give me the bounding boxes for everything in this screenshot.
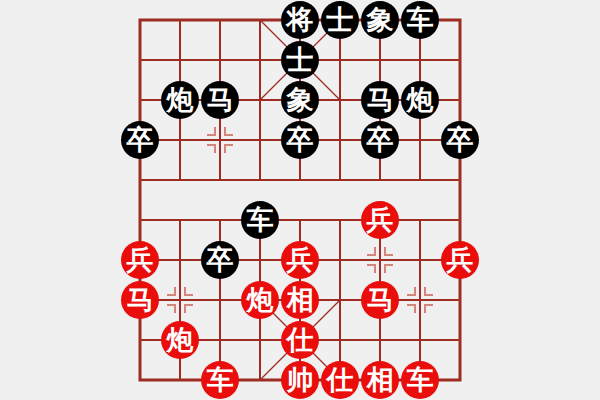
board-point-d4[interactable] bbox=[240, 160, 280, 200]
board-point-a5[interactable] bbox=[120, 200, 160, 240]
piece-red-elephant[interactable]: 相 bbox=[281, 281, 319, 319]
board-point-a4[interactable] bbox=[120, 160, 160, 200]
piece-glyph: 炮 bbox=[407, 87, 434, 114]
piece-black-elephant[interactable]: 象 bbox=[361, 1, 399, 39]
piece-red-horse[interactable]: 马 bbox=[361, 281, 399, 319]
board-point-b5[interactable] bbox=[160, 200, 200, 240]
board-point-h7[interactable] bbox=[400, 280, 440, 320]
piece-black-horse[interactable]: 马 bbox=[361, 81, 399, 119]
board-point-a0[interactable] bbox=[120, 0, 160, 40]
piece-black-cannon[interactable]: 炮 bbox=[401, 81, 439, 119]
board-point-a2[interactable] bbox=[120, 80, 160, 120]
board-point-a9[interactable] bbox=[120, 360, 160, 400]
piece-glyph: 兵 bbox=[447, 247, 474, 274]
piece-glyph: 炮 bbox=[167, 327, 194, 354]
board-point-i9[interactable] bbox=[440, 360, 480, 400]
piece-red-cannon[interactable]: 炮 bbox=[161, 321, 199, 359]
piece-red-horse[interactable]: 马 bbox=[121, 281, 159, 319]
piece-glyph: 兵 bbox=[287, 247, 314, 274]
board-point-c9[interactable]: 车 bbox=[200, 360, 240, 400]
board-point-e0[interactable]: 将 bbox=[280, 0, 320, 40]
board-point-d5[interactable]: 车 bbox=[240, 200, 280, 240]
board-point-d0[interactable] bbox=[240, 0, 280, 40]
board-point-g6[interactable] bbox=[360, 240, 400, 280]
board-point-e6[interactable]: 兵 bbox=[280, 240, 320, 280]
piece-red-elephant[interactable]: 相 bbox=[361, 361, 399, 399]
board-point-c0[interactable] bbox=[200, 0, 240, 40]
piece-red-soldier[interactable]: 兵 bbox=[441, 241, 479, 279]
piece-red-general[interactable]: 帅 bbox=[281, 361, 319, 399]
board-point-b2[interactable]: 炮 bbox=[160, 80, 200, 120]
board-point-f5[interactable] bbox=[320, 200, 360, 240]
piece-glyph: 兵 bbox=[367, 207, 394, 234]
piece-glyph: 将 bbox=[287, 7, 314, 34]
board-point-c4[interactable] bbox=[200, 160, 240, 200]
board-point-b7[interactable] bbox=[160, 280, 200, 320]
board-point-h4[interactable] bbox=[400, 160, 440, 200]
piece-red-chariot[interactable]: 车 bbox=[401, 361, 439, 399]
piece-black-horse[interactable]: 马 bbox=[201, 81, 239, 119]
piece-glyph: 车 bbox=[207, 367, 234, 394]
piece-black-soldier[interactable]: 卒 bbox=[121, 121, 159, 159]
board-point-e5[interactable] bbox=[280, 200, 320, 240]
piece-glyph: 马 bbox=[127, 287, 154, 314]
board-point-h8[interactable] bbox=[400, 320, 440, 360]
board-point-e9[interactable]: 帅 bbox=[280, 360, 320, 400]
board-point-c2[interactable]: 马 bbox=[200, 80, 240, 120]
board-point-b1[interactable] bbox=[160, 40, 200, 80]
piece-glyph: 马 bbox=[207, 87, 234, 114]
board-point-c7[interactable] bbox=[200, 280, 240, 320]
board-point-h5[interactable] bbox=[400, 200, 440, 240]
piece-red-advisor[interactable]: 仕 bbox=[281, 321, 319, 359]
xiangqi-app-screen: 将士象车士炮马象马炮卒卒卒卒车兵兵卒兵兵马炮相马炮仕车帅仕相车 bbox=[0, 0, 600, 400]
piece-glyph: 士 bbox=[327, 7, 354, 34]
piece-glyph: 帅 bbox=[287, 367, 314, 394]
piece-glyph: 兵 bbox=[127, 247, 154, 274]
board-point-f8[interactable] bbox=[320, 320, 360, 360]
board-point-g4[interactable] bbox=[360, 160, 400, 200]
board-point-i2[interactable] bbox=[440, 80, 480, 120]
board-point-g0[interactable]: 象 bbox=[360, 0, 400, 40]
board-point-c8[interactable] bbox=[200, 320, 240, 360]
board-point-d2[interactable] bbox=[240, 80, 280, 120]
piece-glyph: 马 bbox=[367, 87, 394, 114]
board-point-g8[interactable] bbox=[360, 320, 400, 360]
board-point-e1[interactable]: 士 bbox=[280, 40, 320, 80]
piece-red-soldier[interactable]: 兵 bbox=[121, 241, 159, 279]
piece-glyph: 炮 bbox=[247, 287, 274, 314]
board-point-g7[interactable]: 马 bbox=[360, 280, 400, 320]
position-marker bbox=[167, 287, 193, 313]
board-point-e3[interactable]: 卒 bbox=[280, 120, 320, 160]
board-point-d7[interactable]: 炮 bbox=[240, 280, 280, 320]
board-point-f0[interactable]: 士 bbox=[320, 0, 360, 40]
piece-black-soldier[interactable]: 卒 bbox=[441, 121, 479, 159]
board-point-b4[interactable] bbox=[160, 160, 200, 200]
piece-glyph: 车 bbox=[247, 207, 274, 234]
board-point-d9[interactable] bbox=[240, 360, 280, 400]
board-point-f7[interactable] bbox=[320, 280, 360, 320]
board-point-g9[interactable]: 相 bbox=[360, 360, 400, 400]
board-point-a3[interactable]: 卒 bbox=[120, 120, 160, 160]
piece-glyph: 仕 bbox=[287, 327, 314, 354]
piece-black-elephant[interactable]: 象 bbox=[281, 81, 319, 119]
piece-black-cannon[interactable]: 炮 bbox=[161, 81, 199, 119]
board-point-d3[interactable] bbox=[240, 120, 280, 160]
board-point-i0[interactable] bbox=[440, 0, 480, 40]
piece-glyph: 车 bbox=[407, 367, 434, 394]
piece-red-soldier[interactable]: 兵 bbox=[281, 241, 319, 279]
piece-black-advisor[interactable]: 士 bbox=[281, 41, 319, 79]
board-point-d8[interactable] bbox=[240, 320, 280, 360]
piece-glyph: 车 bbox=[407, 7, 434, 34]
board-point-c3[interactable] bbox=[200, 120, 240, 160]
piece-black-soldier[interactable]: 卒 bbox=[201, 241, 239, 279]
board-point-f3[interactable] bbox=[320, 120, 360, 160]
board-point-c5[interactable] bbox=[200, 200, 240, 240]
board-point-i4[interactable] bbox=[440, 160, 480, 200]
board-point-b6[interactable] bbox=[160, 240, 200, 280]
board-point-i3[interactable]: 卒 bbox=[440, 120, 480, 160]
piece-glyph: 卒 bbox=[207, 247, 234, 274]
position-marker bbox=[407, 287, 433, 313]
board-point-a7[interactable]: 马 bbox=[120, 280, 160, 320]
board-point-b3[interactable] bbox=[160, 120, 200, 160]
board-point-c1[interactable] bbox=[200, 40, 240, 80]
board-point-g5[interactable]: 兵 bbox=[360, 200, 400, 240]
piece-red-chariot[interactable]: 车 bbox=[201, 361, 239, 399]
board-point-f2[interactable] bbox=[320, 80, 360, 120]
piece-black-chariot[interactable]: 车 bbox=[241, 201, 279, 239]
board-point-d6[interactable] bbox=[240, 240, 280, 280]
board-point-f4[interactable] bbox=[320, 160, 360, 200]
piece-red-cannon[interactable]: 炮 bbox=[241, 281, 279, 319]
piece-red-advisor[interactable]: 仕 bbox=[321, 361, 359, 399]
board-point-a1[interactable] bbox=[120, 40, 160, 80]
piece-glyph: 卒 bbox=[367, 127, 394, 154]
piece-glyph: 士 bbox=[287, 47, 314, 74]
board-point-i7[interactable] bbox=[440, 280, 480, 320]
piece-glyph: 相 bbox=[287, 287, 314, 314]
board-point-b8[interactable]: 炮 bbox=[160, 320, 200, 360]
piece-black-advisor[interactable]: 士 bbox=[321, 1, 359, 39]
piece-glyph: 仕 bbox=[327, 367, 354, 394]
board-point-i1[interactable] bbox=[440, 40, 480, 80]
board-point-f1[interactable] bbox=[320, 40, 360, 80]
board-point-c6[interactable]: 卒 bbox=[200, 240, 240, 280]
piece-red-soldier[interactable]: 兵 bbox=[361, 201, 399, 239]
board-point-g2[interactable]: 马 bbox=[360, 80, 400, 120]
piece-glyph: 炮 bbox=[167, 87, 194, 114]
board-point-h9[interactable]: 车 bbox=[400, 360, 440, 400]
board-point-e7[interactable]: 相 bbox=[280, 280, 320, 320]
position-marker bbox=[367, 247, 393, 273]
piece-glyph: 马 bbox=[367, 287, 394, 314]
piece-glyph: 卒 bbox=[127, 127, 154, 154]
board-point-i5[interactable] bbox=[440, 200, 480, 240]
board-point-h2[interactable]: 炮 bbox=[400, 80, 440, 120]
board-point-e8[interactable]: 仕 bbox=[280, 320, 320, 360]
board-point-i6[interactable]: 兵 bbox=[440, 240, 480, 280]
board-point-h1[interactable] bbox=[400, 40, 440, 80]
board-point-h6[interactable] bbox=[400, 240, 440, 280]
board-point-b0[interactable] bbox=[160, 0, 200, 40]
board-point-h3[interactable] bbox=[400, 120, 440, 160]
piece-glyph: 象 bbox=[287, 87, 314, 114]
board-point-i8[interactable] bbox=[440, 320, 480, 360]
board-point-b9[interactable] bbox=[160, 360, 200, 400]
board-point-a8[interactable] bbox=[120, 320, 160, 360]
piece-glyph: 卒 bbox=[287, 127, 314, 154]
piece-black-soldier[interactable]: 卒 bbox=[361, 121, 399, 159]
piece-glyph: 象 bbox=[367, 7, 394, 34]
board-point-g3[interactable]: 卒 bbox=[360, 120, 400, 160]
position-marker bbox=[207, 127, 233, 153]
piece-glyph: 相 bbox=[367, 367, 394, 394]
piece-black-soldier[interactable]: 卒 bbox=[281, 121, 319, 159]
piece-glyph: 卒 bbox=[447, 127, 474, 154]
xiangqi-board: 将士象车士炮马象马炮卒卒卒卒车兵兵卒兵兵马炮相马炮仕车帅仕相车 bbox=[120, 0, 480, 400]
board-point-d1[interactable] bbox=[240, 40, 280, 80]
piece-black-general[interactable]: 将 bbox=[281, 1, 319, 39]
board-point-e2[interactable]: 象 bbox=[280, 80, 320, 120]
board-point-h0[interactable]: 车 bbox=[400, 0, 440, 40]
board-point-g1[interactable] bbox=[360, 40, 400, 80]
board-point-a6[interactable]: 兵 bbox=[120, 240, 160, 280]
board-point-f9[interactable]: 仕 bbox=[320, 360, 360, 400]
board-point-f6[interactable] bbox=[320, 240, 360, 280]
piece-black-chariot[interactable]: 车 bbox=[401, 1, 439, 39]
board-point-e4[interactable] bbox=[280, 160, 320, 200]
